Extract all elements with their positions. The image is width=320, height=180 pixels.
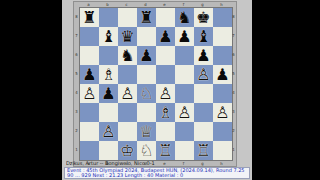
square-f5[interactable] [175, 65, 194, 84]
black-bishop-b7[interactable]: ♝ [101, 27, 115, 46]
square-b2[interactable]: ♙ [99, 122, 118, 141]
square-c1[interactable]: ♔ [118, 141, 137, 160]
white-knight-d1[interactable]: ♘ [139, 141, 153, 160]
rank-label: 5 [232, 66, 236, 81]
white-knight-d4[interactable]: ♘ [139, 84, 153, 103]
square-h7[interactable] [213, 27, 232, 46]
white-pawn-e4[interactable]: ♙ [158, 84, 172, 103]
black-pawn-f7[interactable]: ♟ [177, 27, 191, 46]
square-c4[interactable]: ♙ [118, 84, 137, 103]
file-label: f [176, 3, 191, 7]
square-d3[interactable] [137, 103, 156, 122]
square-g4[interactable] [194, 84, 213, 103]
rank-label: 3 [232, 104, 236, 119]
white-queen-d2[interactable]: ♕ [139, 122, 153, 141]
rank-label: 1 [232, 142, 236, 157]
rank-label: 5 [75, 66, 79, 81]
square-g1[interactable]: ♖ [194, 141, 213, 160]
square-d1[interactable]: ♘ [137, 141, 156, 160]
black-pawn-h5[interactable]: ♟ [215, 65, 229, 84]
rank-label: 8 [75, 9, 79, 24]
square-b4[interactable]: ♟ [99, 84, 118, 103]
rank-label: 4 [75, 85, 79, 100]
white-rook-g1[interactable]: ♖ [196, 141, 210, 160]
black-king-g8[interactable]: ♚ [196, 8, 210, 27]
square-g5[interactable]: ♙ [194, 65, 213, 84]
square-h4[interactable] [213, 84, 232, 103]
black-pawn-g6[interactable]: ♟ [196, 46, 210, 65]
square-a6[interactable] [80, 46, 99, 65]
black-queen-c7[interactable]: ♛ [120, 27, 134, 46]
file-label: h [214, 3, 229, 7]
game-info-box: Event : 45th Olympiad 2024, Budapest HUN… [64, 167, 250, 179]
rank-label: 2 [75, 123, 79, 138]
square-e1[interactable]: ♖ [156, 141, 175, 160]
square-a1[interactable] [80, 141, 99, 160]
square-g7[interactable]: ♝ [194, 27, 213, 46]
rank-label: 8 [232, 9, 236, 24]
square-e3[interactable]: ♗ [156, 103, 175, 122]
square-a4[interactable]: ♙ [80, 84, 99, 103]
rank-label: 4 [232, 85, 236, 100]
white-pawn-f3[interactable]: ♙ [177, 103, 191, 122]
white-bishop-e3[interactable]: ♗ [158, 103, 172, 122]
square-d7[interactable] [137, 27, 156, 46]
square-f6[interactable] [175, 46, 194, 65]
square-d2[interactable]: ♕ [137, 122, 156, 141]
square-c8[interactable] [118, 8, 137, 27]
square-h3[interactable]: ♙ [213, 103, 232, 122]
rank-label: 2 [232, 123, 236, 138]
square-a3[interactable] [80, 103, 99, 122]
square-e6[interactable] [156, 46, 175, 65]
square-b6[interactable] [99, 46, 118, 65]
square-h5[interactable]: ♟ [213, 65, 232, 84]
square-g8[interactable]: ♚ [194, 8, 213, 27]
file-label: g [195, 3, 210, 7]
black-rook-a8[interactable]: ♜ [82, 8, 96, 27]
square-e8[interactable] [156, 8, 175, 27]
info-line: 90 ... 929 Next : 21.23 Length : 40 Mate… [67, 173, 247, 178]
square-d6[interactable]: ♟ [137, 46, 156, 65]
square-c2[interactable] [118, 122, 137, 141]
square-b1[interactable] [99, 141, 118, 160]
square-d4[interactable]: ♘ [137, 84, 156, 103]
white-pawn-b2[interactable]: ♙ [101, 122, 115, 141]
square-b5[interactable]: ♗ [99, 65, 118, 84]
square-f8[interactable]: ♞ [175, 8, 194, 27]
letterbox-left [0, 0, 62, 180]
rank-label: 7 [232, 28, 236, 43]
rank-label: 7 [75, 28, 79, 43]
rank-label: 1 [75, 142, 79, 157]
square-e4[interactable]: ♙ [156, 84, 175, 103]
square-g6[interactable]: ♟ [194, 46, 213, 65]
square-a5[interactable]: ♟ [80, 65, 99, 84]
rank-label: 6 [232, 47, 236, 62]
black-rook-d8[interactable]: ♜ [139, 8, 153, 27]
square-h1[interactable] [213, 141, 232, 160]
square-g2[interactable] [194, 122, 213, 141]
white-bishop-b5[interactable]: ♗ [101, 65, 115, 84]
letterbox-right [252, 0, 320, 180]
black-pawn-b4[interactable]: ♟ [101, 84, 115, 103]
square-a7[interactable] [80, 27, 99, 46]
rank-label: 3 [75, 104, 79, 119]
square-c6[interactable]: ♞ [118, 46, 137, 65]
square-h2[interactable] [213, 122, 232, 141]
square-f2[interactable] [175, 122, 194, 141]
square-f4[interactable] [175, 84, 194, 103]
file-label: e [157, 3, 172, 7]
square-f1[interactable] [175, 141, 194, 160]
square-a2[interactable] [80, 122, 99, 141]
black-bishop-g7[interactable]: ♝ [196, 27, 210, 46]
square-e2[interactable] [156, 122, 175, 141]
white-pawn-g5[interactable]: ♙ [196, 65, 210, 84]
white-king-c1[interactable]: ♔ [120, 141, 134, 160]
black-pawn-d6[interactable]: ♟ [139, 46, 153, 65]
square-f7[interactable]: ♟ [175, 27, 194, 46]
rank-labels-right: 87654321 [231, 7, 236, 161]
board-frame: abcdefgh 87654321 ♜♜♞♚♝♛♟♟♝♞♟♟♟♗♙♟♙♟♙♘♙♗… [73, 1, 237, 167]
file-label: c [119, 3, 134, 7]
square-c3[interactable] [118, 103, 137, 122]
square-b3[interactable] [99, 103, 118, 122]
square-h8[interactable] [213, 8, 232, 27]
chess-board[interactable]: ♜♜♞♚♝♛♟♟♝♞♟♟♟♗♙♟♙♟♙♘♙♗♙♙♙♕♔♘♖♖ [79, 7, 233, 161]
white-pawn-a4[interactable]: ♙ [82, 84, 96, 103]
square-c7[interactable]: ♛ [118, 27, 137, 46]
square-e5[interactable] [156, 65, 175, 84]
players-result-line: Dzikus, Artur -- Bongiwelo, Nico 0-1 [66, 160, 250, 167]
file-label: b [100, 3, 115, 7]
file-label: d [138, 3, 153, 7]
square-e7[interactable]: ♟ [156, 27, 175, 46]
square-a8[interactable]: ♜ [80, 8, 99, 27]
file-label: a [81, 3, 96, 7]
square-f3[interactable]: ♙ [175, 103, 194, 122]
white-pawn-h3[interactable]: ♙ [215, 103, 229, 122]
square-g3[interactable] [194, 103, 213, 122]
white-pawn-c4[interactable]: ♙ [120, 84, 134, 103]
square-b7[interactable]: ♝ [99, 27, 118, 46]
black-knight-c6[interactable]: ♞ [120, 46, 134, 65]
black-pawn-e7[interactable]: ♟ [158, 27, 172, 46]
white-rook-e1[interactable]: ♖ [158, 141, 172, 160]
chess-gui-capture: abcdefgh 87654321 ♜♜♞♚♝♛♟♟♝♞♟♟♟♗♙♟♙♟♙♘♙♗… [62, 0, 252, 180]
square-c5[interactable] [118, 65, 137, 84]
square-d8[interactable]: ♜ [137, 8, 156, 27]
black-pawn-a5[interactable]: ♟ [82, 65, 96, 84]
rank-labels-left: 87654321 [74, 7, 79, 161]
square-h6[interactable] [213, 46, 232, 65]
black-knight-f8[interactable]: ♞ [177, 8, 191, 27]
square-d5[interactable] [137, 65, 156, 84]
square-b8[interactable] [99, 8, 118, 27]
rank-label: 6 [75, 47, 79, 62]
